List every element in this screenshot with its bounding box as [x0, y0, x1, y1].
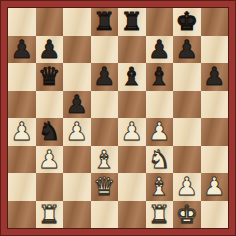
- square-a1[interactable]: [8, 201, 36, 229]
- black-pawn-c5[interactable]: ♟: [66, 91, 88, 119]
- square-c6[interactable]: [63, 63, 91, 91]
- chess-board: ♜♜♚♟♟♟♟♛♟♝♝♟♟♟♞♟♟♟♟♝♞♛♝♟♟♜♜♚: [8, 8, 228, 228]
- square-c3[interactable]: [63, 146, 91, 174]
- square-h6[interactable]: ♟: [201, 63, 229, 91]
- square-g4[interactable]: [173, 118, 201, 146]
- square-e6[interactable]: ♝: [118, 63, 146, 91]
- square-c7[interactable]: [63, 36, 91, 64]
- square-e8[interactable]: ♜: [118, 8, 146, 36]
- square-a5[interactable]: [8, 91, 36, 119]
- square-e5[interactable]: [118, 91, 146, 119]
- square-h1[interactable]: [201, 201, 229, 229]
- square-b3[interactable]: ♟: [36, 146, 64, 174]
- square-a2[interactable]: [8, 173, 36, 201]
- white-queen-d2[interactable]: ♛: [93, 173, 115, 201]
- square-h5[interactable]: [201, 91, 229, 119]
- square-f4[interactable]: ♟: [146, 118, 174, 146]
- white-pawn-a4[interactable]: ♟: [11, 118, 33, 146]
- white-bishop-d3[interactable]: ♝: [93, 146, 115, 174]
- black-rook-d8[interactable]: ♜: [93, 8, 115, 36]
- white-pawn-b3[interactable]: ♟: [38, 146, 60, 174]
- square-g3[interactable]: [173, 146, 201, 174]
- black-knight-b4[interactable]: ♞: [38, 118, 60, 146]
- black-rook-e8[interactable]: ♜: [121, 8, 143, 36]
- square-b4[interactable]: ♞: [36, 118, 64, 146]
- white-knight-f3[interactable]: ♞: [148, 146, 170, 174]
- square-a4[interactable]: ♟: [8, 118, 36, 146]
- square-e2[interactable]: [118, 173, 146, 201]
- square-f1[interactable]: ♜: [146, 201, 174, 229]
- square-g5[interactable]: [173, 91, 201, 119]
- square-c2[interactable]: [63, 173, 91, 201]
- square-d5[interactable]: [91, 91, 119, 119]
- square-c8[interactable]: [63, 8, 91, 36]
- square-f8[interactable]: [146, 8, 174, 36]
- square-h3[interactable]: [201, 146, 229, 174]
- square-b6[interactable]: ♛: [36, 63, 64, 91]
- square-a3[interactable]: [8, 146, 36, 174]
- white-rook-f1[interactable]: ♜: [148, 201, 170, 229]
- square-g1[interactable]: ♚: [173, 201, 201, 229]
- square-f5[interactable]: [146, 91, 174, 119]
- square-c5[interactable]: ♟: [63, 91, 91, 119]
- black-pawn-a7[interactable]: ♟: [11, 36, 33, 64]
- square-h4[interactable]: [201, 118, 229, 146]
- square-d6[interactable]: ♟: [91, 63, 119, 91]
- white-pawn-h2[interactable]: ♟: [203, 173, 225, 201]
- square-g6[interactable]: [173, 63, 201, 91]
- square-b2[interactable]: [36, 173, 64, 201]
- black-pawn-g7[interactable]: ♟: [176, 36, 198, 64]
- square-h2[interactable]: ♟: [201, 173, 229, 201]
- white-pawn-f4[interactable]: ♟: [148, 118, 170, 146]
- black-pawn-d6[interactable]: ♟: [93, 63, 115, 91]
- square-h7[interactable]: [201, 36, 229, 64]
- square-h8[interactable]: [201, 8, 229, 36]
- white-king-g1[interactable]: ♚: [176, 201, 198, 229]
- square-d8[interactable]: ♜: [91, 8, 119, 36]
- square-e1[interactable]: [118, 201, 146, 229]
- square-c1[interactable]: [63, 201, 91, 229]
- square-f6[interactable]: ♝: [146, 63, 174, 91]
- square-f3[interactable]: ♞: [146, 146, 174, 174]
- white-pawn-g2[interactable]: ♟: [176, 173, 198, 201]
- square-e7[interactable]: [118, 36, 146, 64]
- square-g2[interactable]: ♟: [173, 173, 201, 201]
- black-pawn-h6[interactable]: ♟: [203, 63, 225, 91]
- black-pawn-b7[interactable]: ♟: [38, 36, 60, 64]
- square-b1[interactable]: ♜: [36, 201, 64, 229]
- square-e4[interactable]: ♟: [118, 118, 146, 146]
- black-queen-b6[interactable]: ♛: [38, 63, 60, 91]
- square-b7[interactable]: ♟: [36, 36, 64, 64]
- white-bishop-f2[interactable]: ♝: [148, 173, 170, 201]
- square-g7[interactable]: ♟: [173, 36, 201, 64]
- square-d1[interactable]: [91, 201, 119, 229]
- square-b8[interactable]: [36, 8, 64, 36]
- square-a6[interactable]: [8, 63, 36, 91]
- square-a8[interactable]: [8, 8, 36, 36]
- square-a7[interactable]: ♟: [8, 36, 36, 64]
- white-pawn-c4[interactable]: ♟: [66, 118, 88, 146]
- square-f7[interactable]: ♟: [146, 36, 174, 64]
- square-d4[interactable]: [91, 118, 119, 146]
- black-bishop-e6[interactable]: ♝: [121, 63, 143, 91]
- square-d7[interactable]: [91, 36, 119, 64]
- square-e3[interactable]: [118, 146, 146, 174]
- white-pawn-e4[interactable]: ♟: [121, 118, 143, 146]
- square-f2[interactable]: ♝: [146, 173, 174, 201]
- square-d3[interactable]: ♝: [91, 146, 119, 174]
- black-king-g8[interactable]: ♚: [176, 8, 198, 36]
- square-c4[interactable]: ♟: [63, 118, 91, 146]
- black-pawn-f7[interactable]: ♟: [148, 36, 170, 64]
- square-d2[interactable]: ♛: [91, 173, 119, 201]
- white-rook-b1[interactable]: ♜: [38, 201, 60, 229]
- black-bishop-f6[interactable]: ♝: [148, 63, 170, 91]
- board-frame: ♜♜♚♟♟♟♟♛♟♝♝♟♟♟♞♟♟♟♟♝♞♛♝♟♟♜♜♚: [0, 0, 236, 236]
- square-g8[interactable]: ♚: [173, 8, 201, 36]
- square-b5[interactable]: [36, 91, 64, 119]
